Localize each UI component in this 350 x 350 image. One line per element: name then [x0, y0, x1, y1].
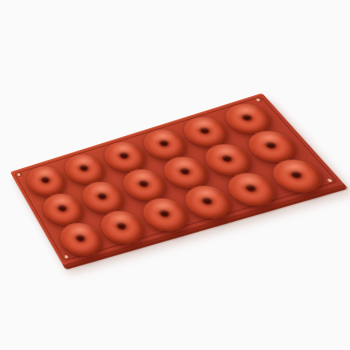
cavity-grid	[19, 99, 330, 257]
product-photo-background	[0, 0, 350, 350]
silicone-mold	[10, 93, 344, 265]
corner-hole	[326, 178, 335, 183]
